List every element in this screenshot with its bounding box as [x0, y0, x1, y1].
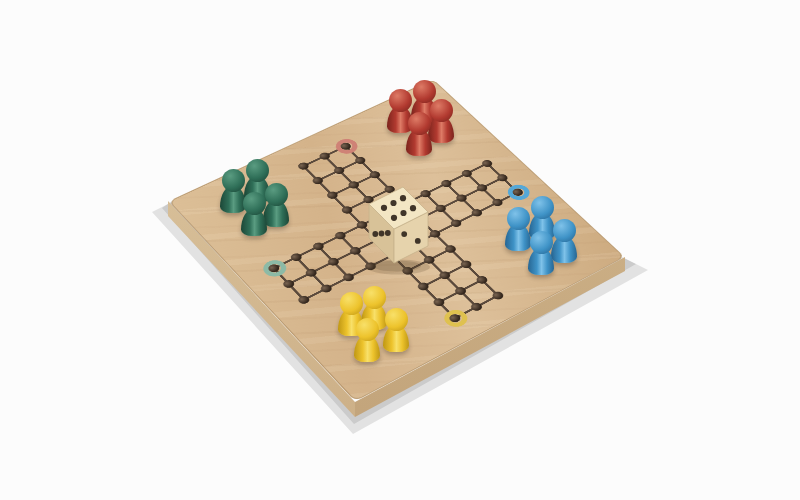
die-pip — [385, 230, 391, 236]
die-pip — [400, 195, 406, 201]
yellow-pawn[interactable] — [353, 318, 381, 362]
pawn-head — [408, 112, 431, 135]
die-pip — [401, 231, 407, 237]
pawn-head — [385, 308, 408, 331]
pawn-head — [243, 192, 266, 215]
green-pawn[interactable] — [240, 192, 268, 236]
die-pip — [379, 231, 385, 237]
pawn-head — [363, 286, 386, 309]
die-pip — [390, 200, 396, 206]
pawn-head — [356, 318, 379, 341]
photo-stage — [0, 0, 800, 500]
die-pip — [400, 210, 406, 216]
pawn-head — [531, 196, 554, 219]
die-pip — [410, 205, 416, 211]
die-pip — [415, 238, 421, 244]
pawn-head — [507, 207, 530, 230]
pawn-head — [340, 292, 363, 315]
die-pip — [381, 205, 387, 211]
pawn-head — [389, 89, 412, 112]
pawn-head — [222, 169, 245, 192]
pawn-head — [553, 219, 576, 242]
pawn-head — [530, 231, 553, 254]
blue-pawn[interactable] — [527, 231, 555, 275]
die-pip — [391, 215, 397, 221]
wooden-die[interactable] — [360, 180, 445, 275]
yellow-pawn[interactable] — [382, 308, 410, 352]
red-pawn[interactable] — [405, 112, 433, 156]
pawn-head — [246, 159, 269, 182]
die-pip — [372, 231, 378, 237]
